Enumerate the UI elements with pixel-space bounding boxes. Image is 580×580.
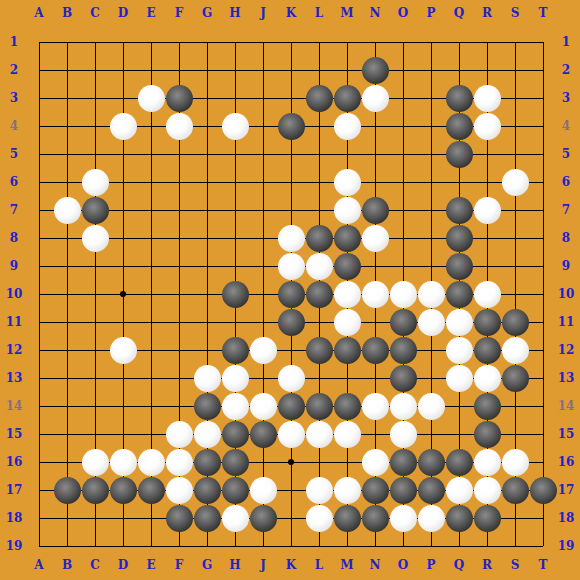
intersection[interactable]: [109, 84, 137, 112]
intersection[interactable]: [305, 224, 333, 252]
intersection[interactable]: [109, 420, 137, 448]
intersection[interactable]: [193, 504, 221, 532]
intersection[interactable]: [137, 476, 165, 504]
intersection[interactable]: [277, 448, 305, 476]
intersection[interactable]: [165, 476, 193, 504]
intersection[interactable]: [109, 448, 137, 476]
intersection[interactable]: [501, 28, 529, 56]
intersection[interactable]: [81, 28, 109, 56]
intersection[interactable]: [137, 196, 165, 224]
intersection[interactable]: [249, 28, 277, 56]
intersection[interactable]: [277, 28, 305, 56]
intersection[interactable]: [333, 252, 361, 280]
intersection[interactable]: [25, 532, 53, 560]
intersection[interactable]: [445, 280, 473, 308]
intersection[interactable]: [389, 84, 417, 112]
intersection[interactable]: [389, 56, 417, 84]
intersection[interactable]: [81, 308, 109, 336]
intersection[interactable]: [137, 448, 165, 476]
intersection[interactable]: [473, 364, 501, 392]
intersection[interactable]: [361, 196, 389, 224]
intersection[interactable]: [473, 392, 501, 420]
intersection[interactable]: [81, 252, 109, 280]
intersection[interactable]: [473, 448, 501, 476]
intersection[interactable]: [137, 392, 165, 420]
intersection[interactable]: [249, 420, 277, 448]
intersection[interactable]: [165, 364, 193, 392]
intersection[interactable]: [25, 224, 53, 252]
intersection[interactable]: [333, 308, 361, 336]
intersection[interactable]: [305, 420, 333, 448]
intersection[interactable]: [473, 280, 501, 308]
intersection[interactable]: [81, 504, 109, 532]
intersection[interactable]: [221, 532, 249, 560]
intersection[interactable]: [445, 56, 473, 84]
intersection[interactable]: [501, 420, 529, 448]
intersection[interactable]: [193, 448, 221, 476]
intersection[interactable]: [501, 140, 529, 168]
intersection[interactable]: [305, 504, 333, 532]
intersection[interactable]: [389, 168, 417, 196]
intersection[interactable]: [277, 280, 305, 308]
intersection[interactable]: [529, 56, 557, 84]
intersection[interactable]: [249, 532, 277, 560]
intersection[interactable]: [249, 336, 277, 364]
intersection[interactable]: [529, 476, 557, 504]
intersection[interactable]: [473, 224, 501, 252]
intersection[interactable]: [221, 196, 249, 224]
intersection[interactable]: [221, 308, 249, 336]
intersection[interactable]: [305, 308, 333, 336]
intersection[interactable]: [333, 168, 361, 196]
intersection[interactable]: [53, 224, 81, 252]
intersection[interactable]: [137, 420, 165, 448]
intersection[interactable]: [361, 420, 389, 448]
intersection[interactable]: [277, 196, 305, 224]
intersection[interactable]: [165, 28, 193, 56]
intersection[interactable]: [109, 504, 137, 532]
intersection[interactable]: [417, 56, 445, 84]
intersection[interactable]: [277, 476, 305, 504]
intersection[interactable]: [473, 420, 501, 448]
intersection[interactable]: [361, 532, 389, 560]
intersection[interactable]: [53, 392, 81, 420]
intersection[interactable]: [193, 224, 221, 252]
intersection[interactable]: [221, 140, 249, 168]
intersection[interactable]: [333, 448, 361, 476]
intersection[interactable]: [165, 420, 193, 448]
intersection[interactable]: [221, 168, 249, 196]
intersection[interactable]: [445, 252, 473, 280]
intersection[interactable]: [361, 308, 389, 336]
intersection[interactable]: [165, 224, 193, 252]
intersection[interactable]: [305, 168, 333, 196]
intersection[interactable]: [193, 364, 221, 392]
intersection[interactable]: [249, 252, 277, 280]
intersection[interactable]: [109, 336, 137, 364]
intersection[interactable]: [81, 224, 109, 252]
intersection[interactable]: [53, 532, 81, 560]
intersection[interactable]: [445, 168, 473, 196]
intersection[interactable]: [361, 56, 389, 84]
intersection[interactable]: [81, 140, 109, 168]
intersection[interactable]: [445, 420, 473, 448]
intersection[interactable]: [529, 252, 557, 280]
intersection[interactable]: [25, 56, 53, 84]
intersection[interactable]: [193, 112, 221, 140]
intersection[interactable]: [529, 28, 557, 56]
intersection[interactable]: [165, 140, 193, 168]
intersection[interactable]: [109, 532, 137, 560]
intersection[interactable]: [389, 224, 417, 252]
intersection[interactable]: [165, 168, 193, 196]
intersection[interactable]: [137, 140, 165, 168]
intersection[interactable]: [193, 196, 221, 224]
intersection[interactable]: [25, 420, 53, 448]
intersection[interactable]: [501, 308, 529, 336]
intersection[interactable]: [249, 84, 277, 112]
intersection[interactable]: [389, 504, 417, 532]
intersection[interactable]: [333, 392, 361, 420]
intersection[interactable]: [53, 280, 81, 308]
intersection[interactable]: [137, 112, 165, 140]
intersection[interactable]: [501, 280, 529, 308]
intersection[interactable]: [109, 140, 137, 168]
intersection[interactable]: [81, 420, 109, 448]
intersection[interactable]: [389, 112, 417, 140]
intersection[interactable]: [473, 168, 501, 196]
intersection[interactable]: [445, 336, 473, 364]
intersection[interactable]: [25, 308, 53, 336]
intersection[interactable]: [361, 84, 389, 112]
intersection[interactable]: [165, 84, 193, 112]
intersection[interactable]: [81, 364, 109, 392]
intersection[interactable]: [445, 28, 473, 56]
intersection[interactable]: [53, 308, 81, 336]
intersection[interactable]: [333, 336, 361, 364]
intersection[interactable]: [165, 532, 193, 560]
intersection[interactable]: [165, 448, 193, 476]
intersection[interactable]: [137, 280, 165, 308]
intersection[interactable]: [417, 168, 445, 196]
intersection[interactable]: [53, 56, 81, 84]
intersection[interactable]: [109, 196, 137, 224]
intersection[interactable]: [109, 392, 137, 420]
intersection[interactable]: [193, 168, 221, 196]
intersection[interactable]: [445, 196, 473, 224]
intersection[interactable]: [445, 532, 473, 560]
intersection[interactable]: [529, 336, 557, 364]
intersection[interactable]: [389, 280, 417, 308]
intersection[interactable]: [333, 196, 361, 224]
intersection[interactable]: [81, 112, 109, 140]
intersection[interactable]: [25, 84, 53, 112]
intersection[interactable]: [277, 112, 305, 140]
intersection[interactable]: [389, 448, 417, 476]
intersection[interactable]: [501, 392, 529, 420]
intersection[interactable]: [361, 448, 389, 476]
intersection[interactable]: [501, 532, 529, 560]
intersection[interactable]: [501, 196, 529, 224]
intersection[interactable]: [193, 56, 221, 84]
intersection[interactable]: [445, 476, 473, 504]
intersection[interactable]: [333, 476, 361, 504]
intersection[interactable]: [501, 476, 529, 504]
intersection[interactable]: [277, 420, 305, 448]
intersection[interactable]: [417, 448, 445, 476]
intersection[interactable]: [221, 336, 249, 364]
intersection[interactable]: [529, 504, 557, 532]
intersection[interactable]: [333, 140, 361, 168]
intersection[interactable]: [361, 504, 389, 532]
intersection[interactable]: [389, 252, 417, 280]
intersection[interactable]: [529, 168, 557, 196]
intersection[interactable]: [305, 448, 333, 476]
intersection[interactable]: [249, 280, 277, 308]
intersection[interactable]: [81, 532, 109, 560]
intersection[interactable]: [193, 28, 221, 56]
intersection[interactable]: [277, 84, 305, 112]
intersection[interactable]: [473, 84, 501, 112]
intersection[interactable]: [501, 364, 529, 392]
intersection[interactable]: [529, 280, 557, 308]
intersection[interactable]: [417, 196, 445, 224]
intersection[interactable]: [361, 252, 389, 280]
intersection[interactable]: [137, 84, 165, 112]
intersection[interactable]: [53, 364, 81, 392]
intersection[interactable]: [389, 532, 417, 560]
intersection[interactable]: [249, 56, 277, 84]
intersection[interactable]: [333, 532, 361, 560]
intersection[interactable]: [417, 392, 445, 420]
intersection[interactable]: [445, 112, 473, 140]
intersection[interactable]: [249, 504, 277, 532]
intersection[interactable]: [137, 252, 165, 280]
intersection[interactable]: [81, 336, 109, 364]
intersection[interactable]: [445, 140, 473, 168]
intersection[interactable]: [277, 56, 305, 84]
intersection[interactable]: [417, 28, 445, 56]
intersection[interactable]: [473, 336, 501, 364]
intersection[interactable]: [277, 168, 305, 196]
intersection[interactable]: [529, 392, 557, 420]
intersection[interactable]: [473, 252, 501, 280]
intersection[interactable]: [473, 504, 501, 532]
intersection[interactable]: [193, 392, 221, 420]
intersection[interactable]: [361, 280, 389, 308]
intersection[interactable]: [389, 420, 417, 448]
intersection[interactable]: [25, 336, 53, 364]
intersection[interactable]: [221, 224, 249, 252]
intersection[interactable]: [305, 336, 333, 364]
intersection[interactable]: [109, 476, 137, 504]
intersection[interactable]: [25, 252, 53, 280]
intersection[interactable]: [165, 504, 193, 532]
intersection[interactable]: [389, 336, 417, 364]
intersection[interactable]: [305, 476, 333, 504]
intersection[interactable]: [109, 168, 137, 196]
intersection[interactable]: [249, 112, 277, 140]
intersection[interactable]: [473, 112, 501, 140]
intersection[interactable]: [417, 140, 445, 168]
intersection[interactable]: [305, 364, 333, 392]
intersection[interactable]: [417, 476, 445, 504]
intersection[interactable]: [277, 224, 305, 252]
intersection[interactable]: [137, 28, 165, 56]
intersection[interactable]: [361, 168, 389, 196]
intersection[interactable]: [53, 140, 81, 168]
intersection[interactable]: [165, 56, 193, 84]
intersection[interactable]: [417, 280, 445, 308]
intersection[interactable]: [473, 196, 501, 224]
intersection[interactable]: [81, 56, 109, 84]
intersection[interactable]: [109, 252, 137, 280]
intersection[interactable]: [361, 476, 389, 504]
intersection[interactable]: [445, 448, 473, 476]
intersection[interactable]: [137, 308, 165, 336]
intersection[interactable]: [473, 56, 501, 84]
intersection[interactable]: [53, 476, 81, 504]
intersection[interactable]: [249, 308, 277, 336]
intersection[interactable]: [529, 224, 557, 252]
intersection[interactable]: [53, 28, 81, 56]
intersection[interactable]: [389, 476, 417, 504]
intersection[interactable]: [529, 448, 557, 476]
intersection[interactable]: [249, 476, 277, 504]
intersection[interactable]: [25, 28, 53, 56]
intersection[interactable]: [193, 420, 221, 448]
intersection[interactable]: [193, 252, 221, 280]
intersection[interactable]: [361, 392, 389, 420]
intersection[interactable]: [501, 336, 529, 364]
intersection[interactable]: [221, 420, 249, 448]
intersection[interactable]: [417, 224, 445, 252]
intersection[interactable]: [445, 364, 473, 392]
intersection[interactable]: [333, 28, 361, 56]
intersection[interactable]: [333, 224, 361, 252]
intersection[interactable]: [305, 140, 333, 168]
intersection[interactable]: [417, 420, 445, 448]
intersection[interactable]: [305, 84, 333, 112]
intersection[interactable]: [81, 448, 109, 476]
intersection[interactable]: [501, 112, 529, 140]
intersection[interactable]: [529, 308, 557, 336]
intersection[interactable]: [193, 336, 221, 364]
intersection[interactable]: [81, 280, 109, 308]
intersection[interactable]: [193, 532, 221, 560]
intersection[interactable]: [25, 364, 53, 392]
intersection[interactable]: [193, 476, 221, 504]
intersection[interactable]: [165, 112, 193, 140]
intersection[interactable]: [529, 364, 557, 392]
intersection[interactable]: [277, 140, 305, 168]
intersection[interactable]: [165, 280, 193, 308]
intersection[interactable]: [221, 476, 249, 504]
intersection[interactable]: [529, 84, 557, 112]
intersection[interactable]: [305, 56, 333, 84]
intersection[interactable]: [305, 532, 333, 560]
intersection[interactable]: [277, 532, 305, 560]
intersection[interactable]: [25, 504, 53, 532]
intersection[interactable]: [305, 252, 333, 280]
intersection[interactable]: [417, 504, 445, 532]
intersection[interactable]: [221, 28, 249, 56]
intersection[interactable]: [137, 364, 165, 392]
intersection[interactable]: [25, 280, 53, 308]
intersection[interactable]: [417, 112, 445, 140]
intersection[interactable]: [305, 392, 333, 420]
intersection[interactable]: [81, 84, 109, 112]
intersection[interactable]: [193, 280, 221, 308]
intersection[interactable]: [109, 28, 137, 56]
intersection[interactable]: [53, 196, 81, 224]
intersection[interactable]: [417, 532, 445, 560]
intersection[interactable]: [305, 196, 333, 224]
intersection[interactable]: [25, 448, 53, 476]
intersection[interactable]: [53, 448, 81, 476]
intersection[interactable]: [389, 392, 417, 420]
intersection[interactable]: [389, 28, 417, 56]
intersection[interactable]: [109, 56, 137, 84]
intersection[interactable]: [361, 364, 389, 392]
intersection[interactable]: [165, 336, 193, 364]
intersection[interactable]: [417, 84, 445, 112]
intersection[interactable]: [361, 224, 389, 252]
intersection[interactable]: [249, 140, 277, 168]
intersection[interactable]: [53, 336, 81, 364]
intersection[interactable]: [277, 504, 305, 532]
intersection[interactable]: [417, 364, 445, 392]
intersection[interactable]: [221, 84, 249, 112]
intersection[interactable]: [193, 84, 221, 112]
intersection[interactable]: [501, 84, 529, 112]
intersection[interactable]: [53, 420, 81, 448]
intersection[interactable]: [417, 336, 445, 364]
intersection[interactable]: [529, 420, 557, 448]
intersection[interactable]: [445, 392, 473, 420]
intersection[interactable]: [361, 28, 389, 56]
intersection[interactable]: [333, 112, 361, 140]
intersection[interactable]: [389, 140, 417, 168]
intersection[interactable]: [249, 448, 277, 476]
intersection[interactable]: [277, 252, 305, 280]
intersection[interactable]: [25, 168, 53, 196]
intersection[interactable]: [501, 448, 529, 476]
intersection[interactable]: [249, 224, 277, 252]
intersection[interactable]: [501, 168, 529, 196]
intersection[interactable]: [305, 28, 333, 56]
intersection[interactable]: [333, 420, 361, 448]
intersection[interactable]: [249, 168, 277, 196]
intersection[interactable]: [501, 504, 529, 532]
intersection[interactable]: [221, 504, 249, 532]
intersection[interactable]: [249, 364, 277, 392]
intersection[interactable]: [473, 532, 501, 560]
intersection[interactable]: [221, 252, 249, 280]
intersection[interactable]: [529, 196, 557, 224]
intersection[interactable]: [277, 308, 305, 336]
intersection[interactable]: [333, 84, 361, 112]
intersection[interactable]: [277, 336, 305, 364]
intersection[interactable]: [165, 392, 193, 420]
intersection[interactable]: [249, 196, 277, 224]
intersection[interactable]: [53, 252, 81, 280]
intersection[interactable]: [25, 476, 53, 504]
intersection[interactable]: [473, 308, 501, 336]
intersection[interactable]: [221, 280, 249, 308]
intersection[interactable]: [529, 112, 557, 140]
intersection[interactable]: [305, 280, 333, 308]
